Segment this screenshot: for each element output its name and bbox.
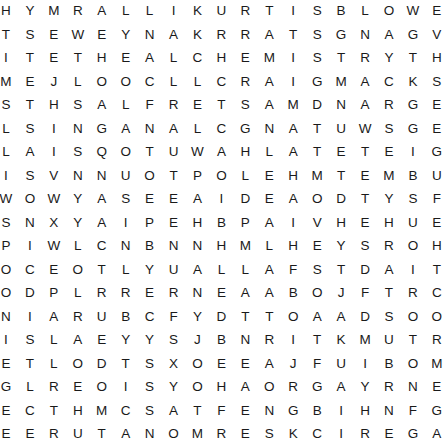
cell-r9c12[interactable]: E — [257, 187, 281, 211]
cell-r2c17[interactable]: A — [377, 23, 401, 47]
cell-r19c10[interactable]: R — [209, 422, 233, 443]
cell-r15c16[interactable]: M — [353, 328, 377, 352]
cell-r19c12[interactable]: S — [257, 422, 281, 443]
cell-r13c8[interactable]: R — [162, 281, 186, 305]
cell-r15c13[interactable]: I — [281, 328, 305, 352]
cell-r1c19[interactable]: E — [425, 0, 445, 23]
cell-r3c10[interactable]: H — [209, 46, 233, 70]
cell-r17c1[interactable]: G — [0, 375, 18, 399]
cell-r6c3[interactable]: I — [42, 117, 66, 141]
cell-r19c4[interactable]: U — [66, 422, 90, 443]
cell-r11c19[interactable]: H — [425, 234, 445, 258]
cell-r1c17[interactable]: O — [377, 0, 401, 23]
cell-r6c6[interactable]: A — [114, 117, 138, 141]
cell-r16c19[interactable]: M — [425, 352, 445, 376]
cell-r1c1[interactable]: H — [0, 0, 18, 23]
cell-r1c5[interactable]: A — [90, 0, 114, 23]
cell-r3c12[interactable]: M — [257, 46, 281, 70]
cell-r1c18[interactable]: W — [401, 0, 425, 23]
cell-r7c4[interactable]: S — [66, 140, 90, 164]
cell-r15c17[interactable]: U — [377, 328, 401, 352]
cell-r10c5[interactable]: A — [90, 211, 114, 235]
cell-r12c8[interactable]: U — [162, 258, 186, 282]
cell-r7c19[interactable]: G — [425, 140, 445, 164]
cell-r12c12[interactable]: A — [257, 258, 281, 282]
cell-r11c5[interactable]: C — [90, 234, 114, 258]
cell-r11c9[interactable]: N — [186, 234, 210, 258]
cell-r17c10[interactable]: H — [209, 375, 233, 399]
cell-r12c16[interactable]: D — [353, 258, 377, 282]
cell-r4c6[interactable]: O — [114, 70, 138, 94]
cell-r3c15[interactable]: T — [329, 46, 353, 70]
cell-r12c7[interactable]: Y — [138, 258, 162, 282]
cell-r17c16[interactable]: Y — [353, 375, 377, 399]
cell-r9c19[interactable]: F — [425, 187, 445, 211]
cell-r15c15[interactable]: K — [329, 328, 353, 352]
cell-r17c17[interactable]: R — [377, 375, 401, 399]
cell-r13c9[interactable]: N — [186, 281, 210, 305]
cell-r11c4[interactable]: L — [66, 234, 90, 258]
cell-r8c15[interactable]: T — [329, 164, 353, 188]
cell-r19c6[interactable]: A — [114, 422, 138, 443]
cell-r9c10[interactable]: I — [209, 187, 233, 211]
cell-r6c17[interactable]: S — [377, 117, 401, 141]
cell-r10c14[interactable]: V — [305, 211, 329, 235]
cell-r13c2[interactable]: D — [18, 281, 42, 305]
cell-r3c13[interactable]: I — [281, 46, 305, 70]
cell-r16c5[interactable]: D — [90, 352, 114, 376]
cell-r14c8[interactable]: F — [162, 305, 186, 329]
cell-r9c17[interactable]: Y — [377, 187, 401, 211]
cell-r7c15[interactable]: E — [329, 140, 353, 164]
cell-r13c5[interactable]: R — [90, 281, 114, 305]
cell-r6c15[interactable]: U — [329, 117, 353, 141]
cell-r7c16[interactable]: T — [353, 140, 377, 164]
cell-r12c19[interactable]: T — [425, 258, 445, 282]
cell-r12c10[interactable]: L — [209, 258, 233, 282]
cell-r8c19[interactable]: U — [425, 164, 445, 188]
cell-r15c18[interactable]: T — [401, 328, 425, 352]
cell-r2c10[interactable]: R — [209, 23, 233, 47]
cell-r12c3[interactable]: E — [42, 258, 66, 282]
cell-r9c3[interactable]: W — [42, 187, 66, 211]
cell-r9c14[interactable]: O — [305, 187, 329, 211]
cell-r11c7[interactable]: B — [138, 234, 162, 258]
cell-r13c15[interactable]: J — [329, 281, 353, 305]
cell-r4c19[interactable]: S — [425, 70, 445, 94]
cell-r10c13[interactable]: I — [281, 211, 305, 235]
cell-r12c2[interactable]: C — [18, 258, 42, 282]
cell-r18c9[interactable]: T — [186, 399, 210, 423]
cell-r3c3[interactable]: E — [42, 46, 66, 70]
cell-r2c4[interactable]: W — [66, 23, 90, 47]
cell-r12c9[interactable]: A — [186, 258, 210, 282]
cell-r19c18[interactable]: G — [401, 422, 425, 443]
cell-r17c18[interactable]: N — [401, 375, 425, 399]
cell-r7c10[interactable]: A — [209, 140, 233, 164]
cell-r5c6[interactable]: L — [114, 93, 138, 117]
cell-r2c2[interactable]: S — [18, 23, 42, 47]
cell-r19c15[interactable]: I — [329, 422, 353, 443]
cell-r4c4[interactable]: L — [66, 70, 90, 94]
cell-r14c18[interactable]: O — [401, 305, 425, 329]
cell-r8c3[interactable]: V — [42, 164, 66, 188]
cell-r16c8[interactable]: X — [162, 352, 186, 376]
cell-r7c5[interactable]: Q — [90, 140, 114, 164]
cell-r5c8[interactable]: R — [162, 93, 186, 117]
cell-r7c1[interactable]: L — [0, 140, 18, 164]
cell-r15c4[interactable]: A — [66, 328, 90, 352]
cell-r14c6[interactable]: B — [114, 305, 138, 329]
cell-r5c9[interactable]: E — [186, 93, 210, 117]
cell-r6c18[interactable]: G — [401, 117, 425, 141]
cell-r18c16[interactable]: H — [353, 399, 377, 423]
cell-r17c11[interactable]: A — [233, 375, 257, 399]
cell-r7c18[interactable]: I — [401, 140, 425, 164]
cell-r14c10[interactable]: D — [209, 305, 233, 329]
cell-r6c12[interactable]: N — [257, 117, 281, 141]
cell-r18c2[interactable]: C — [18, 399, 42, 423]
cell-r1c12[interactable]: T — [257, 0, 281, 23]
cell-r15c2[interactable]: S — [18, 328, 42, 352]
cell-r8c11[interactable]: L — [233, 164, 257, 188]
cell-r1c4[interactable]: R — [66, 0, 90, 23]
cell-r10c10[interactable]: B — [209, 211, 233, 235]
cell-r3c18[interactable]: T — [401, 46, 425, 70]
cell-r13c16[interactable]: F — [353, 281, 377, 305]
cell-r15c7[interactable]: Y — [138, 328, 162, 352]
cell-r15c6[interactable]: Y — [114, 328, 138, 352]
cell-r1c8[interactable]: I — [162, 0, 186, 23]
cell-r6c13[interactable]: A — [281, 117, 305, 141]
cell-r18c11[interactable]: E — [233, 399, 257, 423]
cell-r11c1[interactable]: P — [0, 234, 18, 258]
cell-r11c16[interactable]: S — [353, 234, 377, 258]
cell-r2c19[interactable]: V — [425, 23, 445, 47]
cell-r14c5[interactable]: U — [90, 305, 114, 329]
cell-r13c10[interactable]: E — [209, 281, 233, 305]
cell-r5c11[interactable]: S — [233, 93, 257, 117]
cell-r17c3[interactable]: R — [42, 375, 66, 399]
cell-r18c18[interactable]: F — [401, 399, 425, 423]
cell-r15c11[interactable]: N — [233, 328, 257, 352]
cell-r8c14[interactable]: M — [305, 164, 329, 188]
cell-r11c11[interactable]: M — [233, 234, 257, 258]
cell-r10c1[interactable]: S — [0, 211, 18, 235]
cell-r14c13[interactable]: O — [281, 305, 305, 329]
cell-r12c18[interactable]: I — [401, 258, 425, 282]
cell-r6c10[interactable]: C — [209, 117, 233, 141]
cell-r1c16[interactable]: L — [353, 0, 377, 23]
cell-r1c15[interactable]: B — [329, 0, 353, 23]
cell-r7c3[interactable]: I — [42, 140, 66, 164]
cell-r2c5[interactable]: E — [90, 23, 114, 47]
cell-r13c14[interactable]: O — [305, 281, 329, 305]
cell-r13c11[interactable]: A — [233, 281, 257, 305]
cell-r15c9[interactable]: J — [186, 328, 210, 352]
cell-r19c17[interactable]: E — [377, 422, 401, 443]
cell-r9c15[interactable]: D — [329, 187, 353, 211]
cell-r18c10[interactable]: F — [209, 399, 233, 423]
cell-r2c1[interactable]: T — [0, 23, 18, 47]
cell-r1c2[interactable]: Y — [18, 0, 42, 23]
cell-r10c7[interactable]: P — [138, 211, 162, 235]
cell-r3c4[interactable]: T — [66, 46, 90, 70]
cell-r6c9[interactable]: L — [186, 117, 210, 141]
cell-r4c17[interactable]: C — [377, 70, 401, 94]
cell-r8c13[interactable]: H — [281, 164, 305, 188]
cell-r5c14[interactable]: D — [305, 93, 329, 117]
cell-r16c9[interactable]: O — [186, 352, 210, 376]
cell-r6c8[interactable]: A — [162, 117, 186, 141]
cell-r7c13[interactable]: A — [281, 140, 305, 164]
cell-r7c14[interactable]: T — [305, 140, 329, 164]
cell-r10c6[interactable]: I — [114, 211, 138, 235]
cell-r3c5[interactable]: H — [90, 46, 114, 70]
cell-r19c19[interactable]: A — [425, 422, 445, 443]
cell-r12c5[interactable]: T — [90, 258, 114, 282]
cell-r9c2[interactable]: O — [18, 187, 42, 211]
cell-r10c2[interactable]: N — [18, 211, 42, 235]
cell-r2c11[interactable]: R — [233, 23, 257, 47]
cell-r11c17[interactable]: R — [377, 234, 401, 258]
cell-r10c9[interactable]: H — [186, 211, 210, 235]
cell-r2c16[interactable]: N — [353, 23, 377, 47]
cell-r8c2[interactable]: S — [18, 164, 42, 188]
cell-r5c16[interactable]: A — [353, 93, 377, 117]
cell-r4c18[interactable]: K — [401, 70, 425, 94]
cell-r15c3[interactable]: L — [42, 328, 66, 352]
cell-r12c17[interactable]: A — [377, 258, 401, 282]
cell-r10c19[interactable]: E — [425, 211, 445, 235]
cell-r8c10[interactable]: O — [209, 164, 233, 188]
cell-r11c6[interactable]: N — [114, 234, 138, 258]
cell-r16c14[interactable]: F — [305, 352, 329, 376]
cell-r12c6[interactable]: L — [114, 258, 138, 282]
cell-r7c6[interactable]: O — [114, 140, 138, 164]
cell-r18c19[interactable]: G — [425, 399, 445, 423]
cell-r19c16[interactable]: R — [353, 422, 377, 443]
cell-r4c8[interactable]: L — [162, 70, 186, 94]
cell-r5c15[interactable]: N — [329, 93, 353, 117]
cell-r10c16[interactable]: E — [353, 211, 377, 235]
cell-r4c5[interactable]: O — [90, 70, 114, 94]
cell-r11c2[interactable]: I — [18, 234, 42, 258]
cell-r3c16[interactable]: R — [353, 46, 377, 70]
cell-r5c19[interactable]: E — [425, 93, 445, 117]
cell-r4c3[interactable]: J — [42, 70, 66, 94]
cell-r15c10[interactable]: B — [209, 328, 233, 352]
cell-r6c4[interactable]: N — [66, 117, 90, 141]
cell-r18c3[interactable]: T — [42, 399, 66, 423]
cell-r4c2[interactable]: E — [18, 70, 42, 94]
cell-r1c10[interactable]: U — [209, 0, 233, 23]
cell-r4c7[interactable]: C — [138, 70, 162, 94]
cell-r16c18[interactable]: O — [401, 352, 425, 376]
cell-r6c7[interactable]: N — [138, 117, 162, 141]
cell-r14c19[interactable]: O — [425, 305, 445, 329]
cell-r15c12[interactable]: R — [257, 328, 281, 352]
cell-r3c2[interactable]: T — [18, 46, 42, 70]
cell-r1c11[interactable]: R — [233, 0, 257, 23]
cell-r1c9[interactable]: K — [186, 0, 210, 23]
cell-r18c12[interactable]: N — [257, 399, 281, 423]
cell-r1c7[interactable]: L — [138, 0, 162, 23]
cell-r14c12[interactable]: T — [257, 305, 281, 329]
cell-r10c15[interactable]: H — [329, 211, 353, 235]
cell-r7c9[interactable]: W — [186, 140, 210, 164]
cell-r4c10[interactable]: C — [209, 70, 233, 94]
cell-r13c19[interactable]: C — [425, 281, 445, 305]
cell-r3c9[interactable]: C — [186, 46, 210, 70]
cell-r4c15[interactable]: M — [329, 70, 353, 94]
cell-r5c2[interactable]: T — [18, 93, 42, 117]
cell-r18c5[interactable]: M — [90, 399, 114, 423]
cell-r4c12[interactable]: A — [257, 70, 281, 94]
cell-r7c17[interactable]: E — [377, 140, 401, 164]
cell-r6c11[interactable]: G — [233, 117, 257, 141]
cell-r18c4[interactable]: H — [66, 399, 90, 423]
cell-r14c7[interactable]: C — [138, 305, 162, 329]
cell-r14c14[interactable]: A — [305, 305, 329, 329]
cell-r1c14[interactable]: S — [305, 0, 329, 23]
cell-r10c4[interactable]: Y — [66, 211, 90, 235]
cell-r10c12[interactable]: A — [257, 211, 281, 235]
cell-r10c17[interactable]: H — [377, 211, 401, 235]
cell-r18c17[interactable]: N — [377, 399, 401, 423]
cell-r2c8[interactable]: A — [162, 23, 186, 47]
cell-r14c9[interactable]: Y — [186, 305, 210, 329]
cell-r13c13[interactable]: B — [281, 281, 305, 305]
cell-r13c17[interactable]: T — [377, 281, 401, 305]
cell-r6c19[interactable]: E — [425, 117, 445, 141]
cell-r4c11[interactable]: R — [233, 70, 257, 94]
cell-r15c19[interactable]: R — [425, 328, 445, 352]
cell-r17c7[interactable]: S — [138, 375, 162, 399]
cell-r2c6[interactable]: Y — [114, 23, 138, 47]
cell-r8c4[interactable]: N — [66, 164, 90, 188]
cell-r16c4[interactable]: O — [66, 352, 90, 376]
cell-r16c1[interactable]: E — [0, 352, 18, 376]
cell-r4c13[interactable]: I — [281, 70, 305, 94]
cell-r5c3[interactable]: H — [42, 93, 66, 117]
cell-r17c14[interactable]: G — [305, 375, 329, 399]
cell-r17c19[interactable]: E — [425, 375, 445, 399]
cell-r14c16[interactable]: D — [353, 305, 377, 329]
cell-r3c19[interactable]: H — [425, 46, 445, 70]
cell-r19c8[interactable]: O — [162, 422, 186, 443]
cell-r18c6[interactable]: C — [114, 399, 138, 423]
cell-r15c1[interactable]: I — [0, 328, 18, 352]
cell-r17c5[interactable]: O — [90, 375, 114, 399]
cell-r9c4[interactable]: Y — [66, 187, 90, 211]
cell-r3c6[interactable]: E — [114, 46, 138, 70]
cell-r17c13[interactable]: R — [281, 375, 305, 399]
cell-r9c13[interactable]: A — [281, 187, 305, 211]
cell-r11c10[interactable]: H — [209, 234, 233, 258]
cell-r16c2[interactable]: T — [18, 352, 42, 376]
cell-r16c7[interactable]: S — [138, 352, 162, 376]
cell-r9c8[interactable]: E — [162, 187, 186, 211]
cell-r5c1[interactable]: S — [0, 93, 18, 117]
cell-r17c4[interactable]: E — [66, 375, 90, 399]
cell-r9c7[interactable]: E — [138, 187, 162, 211]
cell-r3c14[interactable]: S — [305, 46, 329, 70]
cell-r6c16[interactable]: W — [353, 117, 377, 141]
cell-r2c7[interactable]: N — [138, 23, 162, 47]
cell-r11c15[interactable]: Y — [329, 234, 353, 258]
cell-r12c14[interactable]: S — [305, 258, 329, 282]
cell-r6c1[interactable]: L — [0, 117, 18, 141]
cell-r9c18[interactable]: S — [401, 187, 425, 211]
cell-r19c3[interactable]: R — [42, 422, 66, 443]
cell-r7c7[interactable]: T — [138, 140, 162, 164]
cell-r8c1[interactable]: I — [0, 164, 18, 188]
cell-r17c15[interactable]: A — [329, 375, 353, 399]
cell-r11c13[interactable]: H — [281, 234, 305, 258]
cell-r4c14[interactable]: G — [305, 70, 329, 94]
cell-r16c10[interactable]: E — [209, 352, 233, 376]
cell-r4c16[interactable]: A — [353, 70, 377, 94]
cell-r19c7[interactable]: N — [138, 422, 162, 443]
cell-r17c8[interactable]: Y — [162, 375, 186, 399]
cell-r18c14[interactable]: B — [305, 399, 329, 423]
cell-r5c12[interactable]: A — [257, 93, 281, 117]
cell-r15c5[interactable]: E — [90, 328, 114, 352]
cell-r17c9[interactable]: O — [186, 375, 210, 399]
cell-r5c17[interactable]: R — [377, 93, 401, 117]
cell-r5c18[interactable]: G — [401, 93, 425, 117]
cell-r2c3[interactable]: E — [42, 23, 66, 47]
cell-r14c17[interactable]: S — [377, 305, 401, 329]
cell-r14c4[interactable]: R — [66, 305, 90, 329]
cell-r3c1[interactable]: I — [0, 46, 18, 70]
cell-r13c7[interactable]: E — [138, 281, 162, 305]
cell-r16c6[interactable]: T — [114, 352, 138, 376]
cell-r9c1[interactable]: W — [0, 187, 18, 211]
cell-r1c6[interactable]: L — [114, 0, 138, 23]
cell-r19c9[interactable]: M — [186, 422, 210, 443]
cell-r9c6[interactable]: S — [114, 187, 138, 211]
cell-r16c15[interactable]: U — [329, 352, 353, 376]
cell-r12c13[interactable]: F — [281, 258, 305, 282]
cell-r16c3[interactable]: L — [42, 352, 66, 376]
cell-r19c14[interactable]: C — [305, 422, 329, 443]
cell-r5c10[interactable]: T — [209, 93, 233, 117]
cell-r13c4[interactable]: L — [66, 281, 90, 305]
cell-r8c7[interactable]: O — [138, 164, 162, 188]
cell-r13c12[interactable]: A — [257, 281, 281, 305]
cell-r16c12[interactable]: A — [257, 352, 281, 376]
cell-r7c2[interactable]: A — [18, 140, 42, 164]
cell-r2c13[interactable]: T — [281, 23, 305, 47]
cell-r5c7[interactable]: F — [138, 93, 162, 117]
cell-r3c17[interactable]: Y — [377, 46, 401, 70]
cell-r19c5[interactable]: T — [90, 422, 114, 443]
cell-r19c13[interactable]: K — [281, 422, 305, 443]
cell-r12c4[interactable]: O — [66, 258, 90, 282]
cell-r6c5[interactable]: G — [90, 117, 114, 141]
cell-r1c13[interactable]: I — [281, 0, 305, 23]
cell-r10c8[interactable]: E — [162, 211, 186, 235]
cell-r14c3[interactable]: A — [42, 305, 66, 329]
cell-r14c11[interactable]: T — [233, 305, 257, 329]
cell-r18c1[interactable]: E — [0, 399, 18, 423]
cell-r15c14[interactable]: T — [305, 328, 329, 352]
cell-r12c11[interactable]: L — [233, 258, 257, 282]
cell-r9c9[interactable]: A — [186, 187, 210, 211]
cell-r7c12[interactable]: L — [257, 140, 281, 164]
